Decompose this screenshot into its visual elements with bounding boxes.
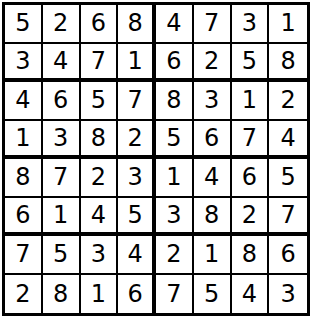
cell-r4c5[interactable]: 5 xyxy=(156,121,194,160)
cell-r2c1[interactable]: 3 xyxy=(5,44,43,83)
cell-r6c6[interactable]: 8 xyxy=(194,198,232,237)
cell-r2c4[interactable]: 1 xyxy=(118,44,156,83)
cell-r2c6[interactable]: 2 xyxy=(194,44,232,83)
cell-r3c1[interactable]: 4 xyxy=(5,82,43,121)
cell-r7c3[interactable]: 3 xyxy=(81,236,119,275)
cell-r7c6[interactable]: 1 xyxy=(194,236,232,275)
cell-r7c8[interactable]: 6 xyxy=(269,236,307,275)
cell-r2c2[interactable]: 4 xyxy=(43,44,81,83)
cell-r4c4[interactable]: 2 xyxy=(118,121,156,160)
cell-r4c1[interactable]: 1 xyxy=(5,121,43,160)
cell-r1c2[interactable]: 2 xyxy=(43,5,81,44)
cell-r6c4[interactable]: 5 xyxy=(118,198,156,237)
cell-r8c2[interactable]: 8 xyxy=(43,275,81,314)
cell-r5c8[interactable]: 5 xyxy=(269,159,307,198)
cell-r7c1[interactable]: 7 xyxy=(5,236,43,275)
cell-r6c3[interactable]: 4 xyxy=(81,198,119,237)
cell-r6c1[interactable]: 6 xyxy=(5,198,43,237)
cell-r6c8[interactable]: 7 xyxy=(269,198,307,237)
cell-r8c1[interactable]: 2 xyxy=(5,275,43,314)
cell-r5c2[interactable]: 7 xyxy=(43,159,81,198)
cell-r4c8[interactable]: 4 xyxy=(269,121,307,160)
cell-r4c2[interactable]: 3 xyxy=(43,121,81,160)
cell-r3c5[interactable]: 8 xyxy=(156,82,194,121)
cell-r1c1[interactable]: 5 xyxy=(5,5,43,44)
cell-r3c4[interactable]: 7 xyxy=(118,82,156,121)
cell-r3c2[interactable]: 6 xyxy=(43,82,81,121)
cell-r8c8[interactable]: 3 xyxy=(269,275,307,314)
cell-r8c4[interactable]: 6 xyxy=(118,275,156,314)
cell-r2c5[interactable]: 6 xyxy=(156,44,194,83)
sudoku-grid: 5268473134716258465783121382567487231465… xyxy=(2,2,310,316)
cell-r2c3[interactable]: 7 xyxy=(81,44,119,83)
cell-r6c7[interactable]: 2 xyxy=(232,198,270,237)
cell-r6c2[interactable]: 1 xyxy=(43,198,81,237)
cell-r3c3[interactable]: 5 xyxy=(81,82,119,121)
cell-r1c3[interactable]: 6 xyxy=(81,5,119,44)
cell-r3c6[interactable]: 3 xyxy=(194,82,232,121)
cell-r2c8[interactable]: 8 xyxy=(269,44,307,83)
cell-r8c5[interactable]: 7 xyxy=(156,275,194,314)
cell-r7c2[interactable]: 5 xyxy=(43,236,81,275)
cell-r6c5[interactable]: 3 xyxy=(156,198,194,237)
cell-r1c6[interactable]: 7 xyxy=(194,5,232,44)
cell-r3c7[interactable]: 1 xyxy=(232,82,270,121)
cell-r1c5[interactable]: 4 xyxy=(156,5,194,44)
cell-r1c8[interactable]: 1 xyxy=(269,5,307,44)
cell-r7c4[interactable]: 4 xyxy=(118,236,156,275)
cell-r5c6[interactable]: 4 xyxy=(194,159,232,198)
cell-r5c5[interactable]: 1 xyxy=(156,159,194,198)
cell-r7c5[interactable]: 2 xyxy=(156,236,194,275)
cell-r8c6[interactable]: 5 xyxy=(194,275,232,314)
cell-r5c3[interactable]: 2 xyxy=(81,159,119,198)
cell-r3c8[interactable]: 2 xyxy=(269,82,307,121)
cell-r4c7[interactable]: 7 xyxy=(232,121,270,160)
cell-r8c3[interactable]: 1 xyxy=(81,275,119,314)
cell-r5c4[interactable]: 3 xyxy=(118,159,156,198)
cell-r2c7[interactable]: 5 xyxy=(232,44,270,83)
cell-r4c6[interactable]: 6 xyxy=(194,121,232,160)
cell-r4c3[interactable]: 8 xyxy=(81,121,119,160)
cell-r7c7[interactable]: 8 xyxy=(232,236,270,275)
cell-r1c7[interactable]: 3 xyxy=(232,5,270,44)
cell-r5c7[interactable]: 6 xyxy=(232,159,270,198)
cell-r1c4[interactable]: 8 xyxy=(118,5,156,44)
cell-r5c1[interactable]: 8 xyxy=(5,159,43,198)
cell-r8c7[interactable]: 4 xyxy=(232,275,270,314)
